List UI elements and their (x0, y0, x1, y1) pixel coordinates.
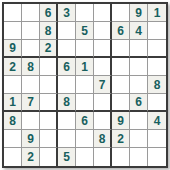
sudoku-board: 63918564922861781786869498225 (2, 2, 168, 168)
cell-r6c6[interactable] (94, 94, 112, 112)
cell-r7c5: 6 (76, 112, 94, 130)
cell-r9c4: 5 (58, 148, 76, 166)
cell-r1c5[interactable] (76, 4, 94, 22)
cell-r7c2[interactable] (22, 112, 40, 130)
cell-r6c9[interactable] (148, 94, 166, 112)
cell-r7c4[interactable] (58, 112, 76, 130)
cell-r7c9: 4 (148, 112, 166, 130)
cell-r3c9[interactable] (148, 40, 166, 58)
cell-r2c2[interactable] (22, 22, 40, 40)
cell-r9c5[interactable] (76, 148, 94, 166)
cell-r2c7: 6 (112, 22, 130, 40)
cell-r4c1: 2 (4, 58, 22, 76)
cell-r1c8: 9 (130, 4, 148, 22)
cell-r3c8[interactable] (130, 40, 148, 58)
cell-r4c8[interactable] (130, 58, 148, 76)
cell-r8c9[interactable] (148, 130, 166, 148)
cell-r3c3: 2 (40, 40, 58, 58)
cell-r6c3[interactable] (40, 94, 58, 112)
cell-r5c3[interactable] (40, 76, 58, 94)
cell-r6c7[interactable] (112, 94, 130, 112)
cell-r6c5[interactable] (76, 94, 94, 112)
cell-r7c1: 8 (4, 112, 22, 130)
cell-r7c6[interactable] (94, 112, 112, 130)
cell-r5c6: 7 (94, 76, 112, 94)
cell-r4c5: 1 (76, 58, 94, 76)
cell-r8c4[interactable] (58, 130, 76, 148)
cell-r1c4: 3 (58, 4, 76, 22)
cell-r1c6[interactable] (94, 4, 112, 22)
cell-r3c1: 9 (4, 40, 22, 58)
cell-r6c2: 7 (22, 94, 40, 112)
cell-r8c5[interactable] (76, 130, 94, 148)
cell-r4c7[interactable] (112, 58, 130, 76)
cell-r8c2: 9 (22, 130, 40, 148)
cell-r7c3[interactable] (40, 112, 58, 130)
sudoku-app: 63918564922861781786869498225 (0, 0, 170, 170)
cell-r5c1[interactable] (4, 76, 22, 94)
cell-r8c3[interactable] (40, 130, 58, 148)
cell-r7c7: 9 (112, 112, 130, 130)
cell-r1c9: 1 (148, 4, 166, 22)
cell-r9c8[interactable] (130, 148, 148, 166)
cell-r4c2: 8 (22, 58, 40, 76)
cell-r2c4[interactable] (58, 22, 76, 40)
cell-r8c1[interactable] (4, 130, 22, 148)
page: { "game": "sudoku", "grid_size": 9, "pos… (0, 0, 170, 170)
cell-r5c9: 8 (148, 76, 166, 94)
cell-r2c6[interactable] (94, 22, 112, 40)
cell-r4c9[interactable] (148, 58, 166, 76)
cell-r2c9[interactable] (148, 22, 166, 40)
cell-r2c1[interactable] (4, 22, 22, 40)
cell-r3c6[interactable] (94, 40, 112, 58)
cell-r2c5: 5 (76, 22, 94, 40)
cell-r8c7: 2 (112, 130, 130, 148)
cell-r4c3[interactable] (40, 58, 58, 76)
cell-r9c9[interactable] (148, 148, 166, 166)
cell-r9c3[interactable] (40, 148, 58, 166)
cell-r6c1: 1 (4, 94, 22, 112)
cell-r3c5[interactable] (76, 40, 94, 58)
cell-r1c1[interactable] (4, 4, 22, 22)
cell-r3c4[interactable] (58, 40, 76, 58)
cell-r8c8[interactable] (130, 130, 148, 148)
cell-r1c3: 6 (40, 4, 58, 22)
cell-r8c6: 8 (94, 130, 112, 148)
cell-r5c8[interactable] (130, 76, 148, 94)
cell-r9c1[interactable] (4, 148, 22, 166)
cell-r9c2: 2 (22, 148, 40, 166)
cell-r5c4[interactable] (58, 76, 76, 94)
cell-r4c6[interactable] (94, 58, 112, 76)
cell-r2c8: 4 (130, 22, 148, 40)
cell-r5c2[interactable] (22, 76, 40, 94)
cell-r5c5[interactable] (76, 76, 94, 94)
cell-r6c8: 6 (130, 94, 148, 112)
cell-r7c8[interactable] (130, 112, 148, 130)
cell-r1c7[interactable] (112, 4, 130, 22)
cell-r1c2[interactable] (22, 4, 40, 22)
cell-r2c3: 8 (40, 22, 58, 40)
cell-r4c4: 6 (58, 58, 76, 76)
cell-r9c6[interactable] (94, 148, 112, 166)
cell-r6c4: 8 (58, 94, 76, 112)
cell-r9c7[interactable] (112, 148, 130, 166)
cell-r3c7[interactable] (112, 40, 130, 58)
cell-r5c7[interactable] (112, 76, 130, 94)
cell-r3c2[interactable] (22, 40, 40, 58)
